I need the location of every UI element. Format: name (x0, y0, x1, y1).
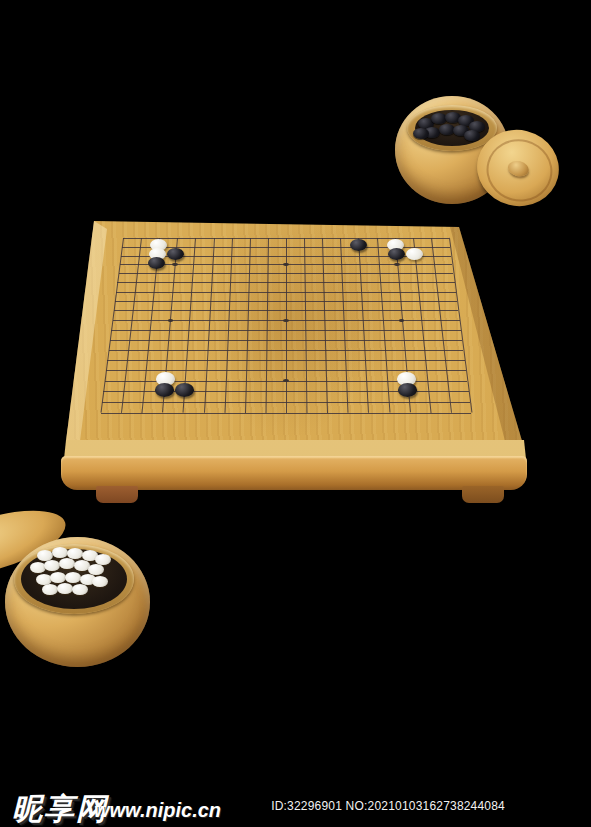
black-stone-D17 (167, 248, 184, 260)
white-stone-in-bowl (65, 572, 81, 583)
white-stone-in-bowl (88, 564, 104, 575)
black-stone-Q17 (388, 248, 405, 260)
black-stone-D3 (155, 383, 174, 397)
black-stone-in-bowl (464, 130, 480, 141)
white-stone-in-bowl (37, 550, 53, 561)
black-stone-in-bowl (413, 128, 429, 139)
white-stone-in-bowl (50, 572, 66, 583)
white-stone-in-bowl (44, 560, 60, 571)
black-stone-C16 (148, 257, 165, 269)
white-stone-in-bowl (72, 584, 88, 595)
black-stone-bowl-group (393, 88, 573, 213)
black-stone-O18 (350, 239, 367, 251)
white-stone-in-bowl (59, 558, 75, 569)
watermark-site-url: www.nipic.cn (94, 799, 221, 822)
watermark-id-text: ID:32296901 NO:20210103162738244084 (271, 799, 505, 813)
white-stone-in-bowl (95, 554, 111, 565)
board-foot-right (462, 486, 504, 503)
black-stone-Q3 (398, 383, 417, 397)
white-stone-in-bowl (92, 576, 108, 587)
white-stone-in-bowl (67, 548, 83, 559)
white-stone-in-bowl (52, 547, 68, 558)
white-stone-bowl-group (0, 495, 170, 675)
scene: 昵享网 www.nipic.cn ID:32296901 NO:20210103… (0, 0, 591, 827)
white-stones-in-bowl (0, 495, 170, 675)
board-stand-rail (61, 456, 527, 490)
white-stone-R17 (406, 248, 423, 260)
white-stone-in-bowl (57, 583, 73, 594)
black-stone-E3 (175, 383, 194, 397)
white-stone-in-bowl (42, 584, 58, 595)
